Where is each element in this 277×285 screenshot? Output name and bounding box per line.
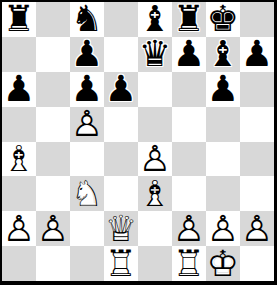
square-d5[interactable] (104, 107, 138, 142)
piece-black-bishop: ♝ (138, 2, 172, 37)
square-g2[interactable]: ♟♙ (206, 211, 240, 246)
square-e2[interactable] (138, 211, 172, 246)
square-a7[interactable] (2, 37, 36, 72)
piece-white-rook: ♜♖ (104, 246, 138, 281)
square-h5[interactable] (240, 107, 274, 142)
square-c8[interactable]: ♞ (70, 2, 104, 37)
piece-white-rook: ♜♖ (172, 246, 206, 281)
square-h6[interactable] (240, 72, 274, 107)
square-g4[interactable] (206, 142, 240, 177)
piece-white-pawn: ♟♙ (138, 142, 172, 177)
square-g7[interactable]: ♝ (206, 37, 240, 72)
square-e6[interactable] (138, 72, 172, 107)
square-f2[interactable]: ♟♙ (172, 211, 206, 246)
square-d6[interactable]: ♟ (104, 72, 138, 107)
piece-black-king: ♚ (206, 2, 240, 37)
square-b5[interactable] (36, 107, 70, 142)
square-d2[interactable]: ♛♕ (104, 211, 138, 246)
square-b3[interactable] (36, 176, 70, 211)
square-f4[interactable] (172, 142, 206, 177)
piece-black-pawn: ♟ (70, 37, 104, 72)
square-a8[interactable]: ♜ (2, 2, 36, 37)
square-d4[interactable] (104, 142, 138, 177)
square-f7[interactable]: ♟ (172, 37, 206, 72)
square-g6[interactable]: ♟ (206, 72, 240, 107)
piece-black-bishop: ♝ (206, 37, 240, 72)
piece-black-rook: ♜ (2, 2, 36, 37)
piece-white-bishop: ♝♗ (138, 176, 172, 211)
square-c7[interactable]: ♟ (70, 37, 104, 72)
square-b4[interactable] (36, 142, 70, 177)
square-f1[interactable]: ♜♖ (172, 246, 206, 281)
square-a2[interactable]: ♟♙ (2, 211, 36, 246)
square-e3[interactable]: ♝♗ (138, 176, 172, 211)
square-e5[interactable] (138, 107, 172, 142)
piece-black-queen: ♛ (138, 37, 172, 72)
square-h8[interactable] (240, 2, 274, 37)
square-a3[interactable] (2, 176, 36, 211)
chess-board: ♜♞♝♜♚♟♛♟♝♟♟♟♟♟♟♙♝♗♟♙♞♘♝♗♟♙♟♙♛♕♟♙♟♙♟♙♜♖♜♖… (0, 0, 277, 285)
piece-black-pawn: ♟ (172, 37, 206, 72)
square-g1[interactable]: ♚♔ (206, 246, 240, 281)
square-c4[interactable] (70, 142, 104, 177)
piece-black-knight: ♞ (70, 2, 104, 37)
piece-white-king: ♚♔ (206, 246, 240, 281)
piece-black-pawn: ♟ (240, 37, 274, 72)
piece-white-pawn: ♟♙ (206, 211, 240, 246)
piece-white-pawn: ♟♙ (36, 211, 70, 246)
square-e8[interactable]: ♝ (138, 2, 172, 37)
square-c1[interactable] (70, 246, 104, 281)
square-f8[interactable]: ♜ (172, 2, 206, 37)
square-f5[interactable] (172, 107, 206, 142)
square-f3[interactable] (172, 176, 206, 211)
square-g3[interactable] (206, 176, 240, 211)
piece-white-pawn: ♟♙ (2, 211, 36, 246)
square-d3[interactable] (104, 176, 138, 211)
square-h4[interactable] (240, 142, 274, 177)
piece-white-pawn: ♟♙ (240, 211, 274, 246)
square-b8[interactable] (36, 2, 70, 37)
square-c3[interactable]: ♞♘ (70, 176, 104, 211)
square-c2[interactable] (70, 211, 104, 246)
square-a1[interactable] (2, 246, 36, 281)
square-d7[interactable] (104, 37, 138, 72)
square-h1[interactable] (240, 246, 274, 281)
piece-black-pawn: ♟ (70, 72, 104, 107)
piece-black-rook: ♜ (172, 2, 206, 37)
square-h2[interactable]: ♟♙ (240, 211, 274, 246)
piece-black-pawn: ♟ (104, 72, 138, 107)
square-b6[interactable] (36, 72, 70, 107)
piece-white-knight: ♞♘ (70, 176, 104, 211)
square-a6[interactable]: ♟ (2, 72, 36, 107)
square-e1[interactable] (138, 246, 172, 281)
square-h3[interactable] (240, 176, 274, 211)
square-g5[interactable] (206, 107, 240, 142)
square-h7[interactable]: ♟ (240, 37, 274, 72)
square-b1[interactable] (36, 246, 70, 281)
piece-white-bishop: ♝♗ (2, 142, 36, 177)
square-g8[interactable]: ♚ (206, 2, 240, 37)
square-d1[interactable]: ♜♖ (104, 246, 138, 281)
square-c5[interactable]: ♟♙ (70, 107, 104, 142)
piece-white-queen: ♛♕ (104, 211, 138, 246)
square-c6[interactable]: ♟ (70, 72, 104, 107)
square-a4[interactable]: ♝♗ (2, 142, 36, 177)
piece-black-pawn: ♟ (2, 72, 36, 107)
piece-black-pawn: ♟ (206, 72, 240, 107)
piece-white-pawn: ♟♙ (70, 107, 104, 142)
square-f6[interactable] (172, 72, 206, 107)
chess-board-diagram: ♜♞♝♜♚♟♛♟♝♟♟♟♟♟♟♙♝♗♟♙♞♘♝♗♟♙♟♙♛♕♟♙♟♙♟♙♜♖♜♖… (0, 0, 277, 285)
square-a5[interactable] (2, 107, 36, 142)
square-e7[interactable]: ♛ (138, 37, 172, 72)
square-d8[interactable] (104, 2, 138, 37)
square-b2[interactable]: ♟♙ (36, 211, 70, 246)
square-e4[interactable]: ♟♙ (138, 142, 172, 177)
piece-white-pawn: ♟♙ (172, 211, 206, 246)
square-b7[interactable] (36, 37, 70, 72)
